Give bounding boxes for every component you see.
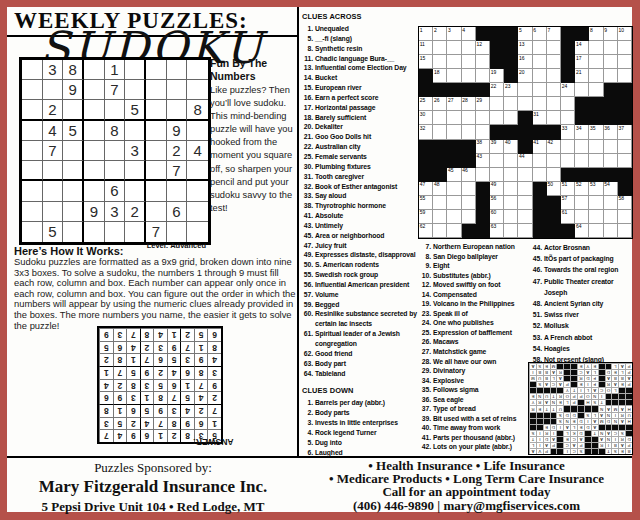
crossword-cell-r15c8 (518, 224, 532, 238)
crossword-cell-r13c6: 56 (490, 196, 504, 210)
crossword-black-cell-r3c7 (584, 436, 591, 442)
crossword-clue-number: 23 (505, 83, 511, 89)
crossword-cell-r3c4: N (605, 436, 612, 442)
crossword-black-cell-r14c9 (570, 369, 577, 375)
clue-across-21: 21.Goo Goo Dolls hit (302, 132, 417, 142)
sudoku-cell-r6c6: 9 (140, 366, 154, 379)
crossword-cell-r10c7: O (584, 393, 591, 399)
crossword-cell-r10c14 (604, 154, 618, 168)
clue-across-59: 59.Begged (302, 300, 417, 310)
crossword-cell-r2c8: P (577, 442, 584, 448)
crossword-cell-r9c11: E (556, 399, 563, 405)
crossword-cell-r12c8: E (577, 381, 584, 387)
crossword-clue-number: 21 (576, 69, 582, 75)
sudoku-cell-r9c3: 2 (180, 328, 194, 341)
crossword-black-cell-r6c13 (543, 418, 550, 424)
clue-across-33: 33.Say aloud (302, 191, 417, 201)
sudoku-cell-r5c3: 1 (180, 379, 194, 392)
crossword-cell-r15c2 (433, 224, 447, 238)
sudoku-cell-r4c1 (22, 121, 43, 141)
sudoku-cell-r5c4: 6 (167, 379, 181, 392)
crossword-cell-r2c4: I (605, 442, 612, 448)
clue-down-45: 45.ItÕs part of packaging (531, 253, 638, 264)
crossword-black-cell-r9c2 (433, 140, 447, 154)
crossword-black-cell-r15c4 (605, 363, 612, 369)
sudoku-cell-r4c6 (125, 121, 146, 141)
crossword-cell-r10c14: N (536, 393, 543, 399)
crossword-cell-r11c8: I (577, 387, 584, 393)
crossword-clue-number: 53 (590, 181, 596, 187)
clue-down-9: 9.Eight (420, 261, 528, 271)
crossword-cell-r12c4 (462, 182, 476, 196)
crossword-cell-r15c1: 62 (419, 224, 433, 238)
crossword-black-cell-r10c3 (611, 393, 618, 399)
crossword-black-cell-r1c6 (591, 448, 598, 454)
sudoku-cell-r3c9: 8 (187, 100, 208, 120)
sudoku-cell-r9c6: 8 (140, 328, 154, 341)
crossword-black-cell-r14c5 (476, 210, 490, 224)
crossword-black-cell-r3c11 (561, 55, 575, 69)
crossword-cell-r1c10: 7 (547, 27, 561, 41)
crossword-cell-r5c13 (589, 83, 603, 97)
crossword-black-cell-r14c10 (547, 210, 561, 224)
clue-across-50: 50.S. American rodents (302, 260, 417, 270)
sudoku-cell-r7c6 (125, 181, 146, 201)
sudoku-cell-r2c7: 2 (126, 417, 140, 430)
clue-down-26: 26.Macaws (420, 337, 528, 347)
sudoku-cell-r7c7: 1 (126, 353, 140, 366)
clue-across-11: 11.Chadic language Bura-__ (302, 54, 417, 64)
crossword-cell-r1c15: 10 (618, 27, 632, 41)
crossword-black-cell-r2c6 (591, 442, 598, 448)
crossword-cell-r3c2: R (618, 436, 625, 442)
crossword-clue-number: 17 (576, 55, 582, 61)
crossword-cell-r12c2: 48 (433, 182, 447, 196)
sudoku-cell-r5c2: 7 (43, 141, 64, 161)
crossword-clue-number: 28 (462, 97, 468, 103)
crossword-cell-r3c2 (433, 55, 447, 69)
crossword-cell-r14c15: I (529, 369, 536, 375)
crossword-cell-r7c10 (547, 111, 561, 125)
crossword-clue-number: 25 (420, 97, 426, 103)
crossword-black-cell-r12c15 (529, 381, 536, 387)
crossword-cell-r10c15: E (529, 393, 536, 399)
crossword-cell-r10c9: P (570, 393, 577, 399)
sudoku-cell-r4c5: 8 (153, 391, 167, 404)
crossword-clue-number: 47 (420, 181, 426, 187)
crossword-cell-r12c13: A (543, 381, 550, 387)
sudoku-cell-r8c2: 1 (194, 341, 208, 354)
sudoku-cell-r9c9: 9 (99, 328, 113, 341)
sudoku-cell-r1c9 (187, 60, 208, 80)
crossword-black-cell-r1c12 (550, 448, 557, 454)
sudoku-cell-r6c6 (125, 161, 146, 181)
crossword-cell-r4c8: 20 (518, 69, 532, 83)
clue-down-24: 24.One who publishes (420, 318, 528, 328)
crossword-clue-number: 41 (533, 139, 539, 145)
clue-down-3: 3.Invests in little enterprises (302, 418, 417, 428)
sudoku-cell-r7c4: 5 (167, 353, 181, 366)
crossword-black-cell-r9c1 (625, 399, 632, 405)
crossword-clue-number: 58 (618, 195, 624, 201)
crossword-black-cell-r6c14 (536, 418, 543, 424)
crossword-cell-r14c15 (618, 210, 632, 224)
sudoku-cell-r5c1 (22, 141, 43, 161)
crossword-black-cell-r5c4 (605, 424, 612, 430)
crossword-black-cell-r9c3 (447, 140, 461, 154)
crossword-cell-r7c6: L (591, 412, 598, 418)
crossword-cell-r3c5 (476, 55, 490, 69)
sudoku-cell-r2c3: 9 (63, 80, 84, 100)
crossword-clue-number: 12 (476, 41, 482, 47)
sudoku-cell-r3c6: 5 (140, 404, 154, 417)
crossword-cell-r14c7 (504, 210, 518, 224)
crossword-black-cell-r9c8 (577, 399, 584, 405)
sudoku-cell-r5c5: 5 (153, 379, 167, 392)
sudoku-cell-r3c2: 2 (43, 100, 64, 120)
crossword-cell-r15c12: 64 (575, 224, 589, 238)
crossword-cell-r6c5: 29 (476, 97, 490, 111)
sudoku-cell-r4c4 (84, 121, 105, 141)
crossword-cell-r5c13: E (543, 424, 550, 430)
sudoku-cell-r3c3 (63, 100, 84, 120)
sudoku-cell-r6c5: 2 (153, 366, 167, 379)
sudoku-cell-r2c8: 5 (113, 417, 127, 430)
sudoku-answer-grid: 5382169471698742537243956182457813969716… (97, 326, 223, 444)
crossword-black-cell-r3c6 (490, 55, 504, 69)
clue-down-4: 4.Rock legend Turner (302, 428, 417, 438)
crossword-clue-number: 59 (420, 209, 426, 215)
crossword-cell-r9c7: 40 (504, 140, 518, 154)
clue-across-18: 18.Barely sufficient (302, 113, 417, 123)
crossword-clue-number: 9 (604, 27, 607, 33)
crossword-cell-r2c2: A (618, 442, 625, 448)
crossword-cell-r8c3 (447, 125, 461, 139)
crossword-cell-r12c1: P (625, 381, 632, 387)
clue-down-29: 29.Divinatory (420, 366, 528, 376)
crossword-clue-number: 18 (434, 69, 440, 75)
crossword-cell-r8c15: R (529, 405, 536, 411)
crossword-clue-number: 11 (420, 41, 425, 47)
sponsor-right-block: • Health Insurance • Life Insurance • Me… (300, 459, 633, 512)
sudoku-cell-r9c4 (84, 222, 105, 242)
sudoku-cell-r8c6: 2 (125, 202, 146, 222)
crossword-cell-r2c8: 13 (518, 41, 532, 55)
crossword-cell-r4c10 (547, 69, 561, 83)
clue-across-25: 25.Female servants (302, 152, 417, 162)
crossword-cell-r8c2: A (618, 405, 625, 411)
crossword-cell-r5c10: A (563, 424, 570, 430)
sudoku-cell-r2c9 (187, 80, 208, 100)
clue-across-31: 31.Tooth caregiver (302, 172, 417, 182)
crossword-black-cell-r11c2 (618, 387, 625, 393)
crossword-clue-number: 33 (562, 125, 568, 131)
crossword-cell-r14c4 (462, 210, 476, 224)
sudoku-cell-r4c5: 8 (105, 121, 126, 141)
sudoku-cell-r9c2: 5 (194, 328, 208, 341)
crossword-cell-r13c1: 55 (419, 196, 433, 210)
crossword-cell-r11c9 (533, 168, 547, 182)
crossword-cell-r14c8 (518, 210, 532, 224)
crossword-cell-r3c1: 15 (419, 55, 433, 69)
fun-by-the-numbers-text: Like puzzles? Then you’ll love sudoku. T… (210, 84, 299, 215)
crossword-cell-r12c3: A (611, 381, 618, 387)
sudoku-cell-r6c7: 5 (126, 366, 140, 379)
crossword-cell-r13c13 (589, 196, 603, 210)
crossword-cell-r5c8 (518, 83, 532, 97)
crossword-clue-number: 42 (547, 139, 553, 145)
crossword-clue-number: 1 (420, 27, 423, 33)
crossword-cell-r12c4: R (605, 381, 612, 387)
crossword-black-cell-r4c7 (584, 430, 591, 436)
sudoku-cell-r7c8 (167, 181, 188, 201)
crossword-cell-r10c9 (533, 154, 547, 168)
crossword-cell-r6c1: 25 (419, 97, 433, 111)
clue-down-36: 36.Sea eagle (420, 395, 528, 405)
crossword-cell-r12c2: E (618, 381, 625, 387)
crossword-cell-r8c4 (462, 125, 476, 139)
sudoku-answer-label: ANSWER: (193, 437, 234, 447)
crossword-cell-r5c6: 22 (490, 83, 504, 97)
clue-across-38: 38.Thyrotrophic hormone (302, 201, 417, 211)
crossword-black-cell-r12c9 (570, 381, 577, 387)
crossword-cell-r9c13: A (543, 399, 550, 405)
crossword-cell-r14c14: B (536, 369, 543, 375)
clue-across-57: 57.Volume (302, 290, 417, 300)
crossword-clue-number: 44 (519, 153, 525, 159)
clue-across-64: 64.Tableland (302, 369, 417, 379)
crossword-clue-number: 64 (576, 223, 582, 229)
crossword-cell-r13c15: M (529, 375, 536, 381)
crossword-cell-r8c12: T (550, 405, 557, 411)
crossword-cell-r4c6: T (591, 430, 598, 436)
sudoku-cell-r5c6: 3 (125, 141, 146, 161)
crossword-cell-r1c4: T (605, 448, 612, 454)
crossword-cell-r10c6: N (591, 393, 598, 399)
sudoku-cell-r9c5 (105, 222, 126, 242)
crossword-cell-r7c1: 30 (419, 111, 433, 125)
crossword-black-cell-r5c14 (604, 83, 618, 97)
crossword-cell-r2c1: 11 (419, 41, 433, 55)
crossword-clue-number: 62 (420, 223, 426, 229)
crossword-cell-r14c11: R (556, 369, 563, 375)
crossword-cell-r8c2 (433, 125, 447, 139)
clue-down-12: 12.Moved swiftly on foot (420, 280, 528, 290)
clue-across-49: 49.Expresses distaste, disapproval (302, 250, 417, 260)
crossword-black-cell-r11c13 (589, 168, 603, 182)
crossword-cell-r13c13: B (543, 375, 550, 381)
crossword-cell-r4c2: 18 (433, 69, 447, 83)
clue-across-61: 61.Spiritual leader of a Jewish congrega… (302, 329, 417, 349)
clue-down-1: 1.Barrels per day (abbr.) (302, 398, 417, 408)
crossword-cell-r9c14 (604, 140, 618, 154)
crossword-cell-r13c14 (604, 196, 618, 210)
crossword-cell-r7c10: D (563, 412, 570, 418)
crossword-cell-r10c5: I (598, 393, 605, 399)
crossword-cell-r6c9 (533, 97, 547, 111)
clue-across-13: 13.Influential come Election Day (302, 63, 417, 73)
crossword-clue-number: 35 (590, 125, 596, 131)
crossword-black-cell-r7c13 (589, 111, 603, 125)
crossword-cell-r5c6: A (591, 424, 598, 430)
sponsor-name: Mary Fitzgerald Insurance Inc. (10, 477, 296, 497)
crossword-black-cell-r1c7 (504, 27, 518, 41)
crossword-cell-r13c7 (504, 196, 518, 210)
clue-down-28: 28.We all have our own (420, 357, 528, 367)
crossword-black-cell-r15c9 (570, 363, 577, 369)
crossword-black-cell-r13c9 (570, 375, 577, 381)
clue-down-10: 10.Substitutes (abbr.) (420, 271, 528, 281)
crossword-cell-r4c13 (589, 69, 603, 83)
sudoku-cell-r2c1: 1 (207, 417, 221, 430)
clue-across-22: 22.Australian city (302, 142, 417, 152)
crossword-cell-r12c14: 54 (604, 182, 618, 196)
crossword-black-cell-r7c14 (604, 111, 618, 125)
clue-down-6: 6.Laughed (302, 448, 417, 458)
crossword-black-cell-r15c10 (563, 363, 570, 369)
sudoku-cell-r7c6: 7 (140, 353, 154, 366)
crossword-black-cell-r13c5 (598, 375, 605, 381)
sudoku-cell-r2c6 (125, 80, 146, 100)
sudoku-cell-r4c3: 5 (63, 121, 84, 141)
clue-across-17: 17.Horizontal passage (302, 103, 417, 113)
crossword-cell-r12c6: 49 (490, 182, 504, 196)
crossword-black-cell-r7c14 (536, 412, 543, 418)
crossword-black-cell-r11c1 (625, 387, 632, 393)
sponsor-address: 5 Pepsi Drive Unit 104 • Red Lodge, MT (10, 499, 296, 515)
crossword-cell-r1c2: E (618, 448, 625, 454)
sudoku-cell-r3c8: 1 (113, 404, 127, 417)
sudoku-cell-r8c9: 5 (99, 341, 113, 354)
crossword-cell-r3c8: A (577, 436, 584, 442)
crossword-cell-r6c6: A (591, 418, 598, 424)
crossword-black-cell-r13c5 (476, 196, 490, 210)
sudoku-cell-r1c8 (167, 60, 188, 80)
crossword-cell-r6c9: E (570, 418, 577, 424)
crossword-black-cell-r7c15 (618, 111, 632, 125)
sudoku-cell-r9c1: 6 (207, 328, 221, 341)
crossword-clue-number: 46 (462, 167, 468, 173)
crossword-cell-r15c1: P (625, 363, 632, 369)
crossword-clue-number: 32 (420, 125, 426, 131)
crossword-answer-grid: BESTSCIPVAPABIRPACPAILDRINAACEADITSCANTD… (528, 362, 633, 455)
crossword-cell-r10c8: 44 (518, 154, 532, 168)
sudoku-cell-r5c3 (63, 141, 84, 161)
crossword-cell-r8c5 (476, 125, 490, 139)
crossword-cell-r2c9 (533, 41, 547, 55)
crossword-cell-r14c6: L (591, 369, 598, 375)
sudoku-cell-r1c5: 1 (105, 60, 126, 80)
crossword-cell-r9c13 (589, 140, 603, 154)
crossword-black-cell-r3c7 (504, 55, 518, 69)
crossword-cell-r11c9: T (570, 387, 577, 393)
crossword-cell-r11c4: O (605, 387, 612, 393)
crossword-clue-number: 56 (491, 195, 497, 201)
crossword-cell-r15c14: S (536, 363, 543, 369)
crossword-cell-r7c1: U (625, 412, 632, 418)
crossword-cell-r13c11: 57 (561, 196, 575, 210)
sudoku-cell-r3c7 (146, 100, 167, 120)
crossword-cell-r13c4: A (605, 375, 612, 381)
crossword-cell-r14c8: C (577, 369, 584, 375)
sudoku-cell-r7c2 (43, 181, 64, 201)
clue-down-23: 23.Speak ill of (420, 309, 528, 319)
sudoku-cell-r7c4 (84, 181, 105, 201)
crossword-cell-r12c6: F (591, 381, 598, 387)
clue-down-27: 27.Matchstick game (420, 347, 528, 357)
crossword-cell-r1c10: I (563, 448, 570, 454)
sudoku-cell-r9c4: 1 (167, 328, 181, 341)
crossword-cell-r9c6: S (591, 399, 598, 405)
crossword-cell-r5c11: I (556, 424, 563, 430)
clue-across-30: 30.Plumbing fixtures (302, 162, 417, 172)
sudoku-cell-r2c9: 3 (99, 417, 113, 430)
crossword-cell-r14c13: B (543, 369, 550, 375)
sudoku-cell-r2c2 (43, 80, 64, 100)
sudoku-cell-r1c8: 4 (113, 429, 127, 442)
crossword-cell-r6c2: 26 (433, 97, 447, 111)
crossword-black-cell-r10c4 (605, 393, 612, 399)
sudoku-cell-r9c8 (167, 222, 188, 242)
sudoku-cell-r9c3 (63, 222, 84, 242)
crossword-black-cell-r2c7 (504, 41, 518, 55)
sudoku-cell-r8c5: 3 (153, 341, 167, 354)
crossword-cell-r13c15: 58 (618, 196, 632, 210)
crossword-cell-r13c8 (518, 196, 532, 210)
crossword-cell-r8c11: 33 (561, 125, 575, 139)
crossword-clue-number: 51 (562, 181, 568, 187)
crossword-clue-number: 20 (519, 69, 525, 75)
sudoku-cell-r5c9: 4 (187, 141, 208, 161)
crossword-cell-r3c13 (589, 55, 603, 69)
crossword-clue-number: 63 (491, 223, 497, 229)
crossword-cell-r1c4: 4 (462, 27, 476, 41)
crossword-cell-r15c6: 63 (490, 224, 504, 238)
clue-down-5: 5.Dug into (302, 438, 417, 448)
clue-across-15: 15.European river (302, 83, 417, 93)
crossword-black-cell-r11c2 (433, 168, 447, 182)
crossword-cell-r2c1: P (625, 442, 632, 448)
sudoku-cell-r5c5 (105, 141, 126, 161)
sudoku-cell-r5c4 (84, 141, 105, 161)
crossword-cell-r7c11 (561, 111, 575, 125)
crossword-cell-r13c2: B (618, 375, 625, 381)
sudoku-cell-r9c6 (125, 222, 146, 242)
crossword-cell-r6c8 (518, 97, 532, 111)
crossword-clue-number: 40 (505, 139, 511, 145)
crossword-cell-r8c13: 35 (589, 125, 603, 139)
sudoku-cell-r5c6: 3 (140, 379, 154, 392)
crossword-clue-number: 5 (519, 27, 522, 33)
crossword-cell-r3c10 (547, 55, 561, 69)
crossword-clue-number: 30 (420, 111, 426, 117)
crossword-cell-r14c6: 60 (490, 210, 504, 224)
crossword-cell-r3c8: 16 (518, 55, 532, 69)
sudoku-cell-r4c8: 9 (113, 391, 127, 404)
crossword-cell-r4c9: K (570, 430, 577, 436)
clue-down-41: 41.Parts per thousand (abbr.) (420, 433, 528, 443)
crossword-cell-r4c13: R (543, 430, 550, 436)
crossword-black-cell-r11c14 (536, 387, 543, 393)
crossword-cell-r14c3 (447, 210, 461, 224)
sudoku-cell-r6c9 (187, 161, 208, 181)
crossword-black-cell-r8c9 (533, 125, 547, 139)
crossword-black-cell-r7c13 (543, 412, 550, 418)
crossword-cell-r4c12: I (550, 430, 557, 436)
crossword-cell-r6c10: N (563, 418, 570, 424)
crossword-clue-number: 37 (618, 125, 624, 131)
crossword-black-cell-r8c8 (518, 125, 532, 139)
